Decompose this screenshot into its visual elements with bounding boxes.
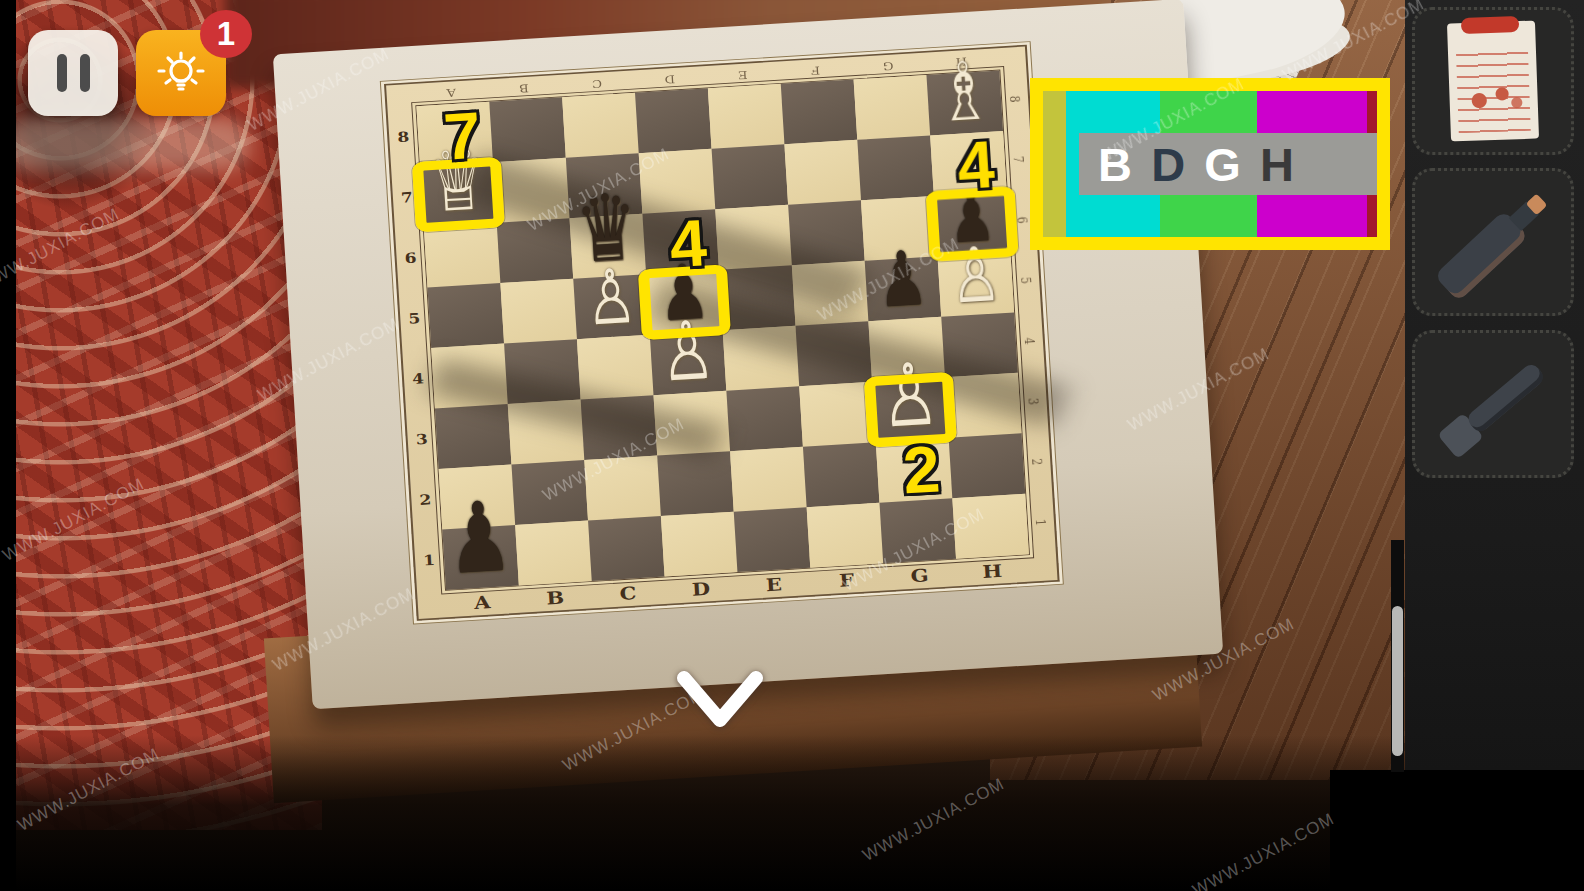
square-d1 [661,512,738,577]
card-art [1456,47,1531,133]
square-a6 [424,223,501,288]
square-h2 [949,433,1026,498]
annotation-number-a7: 7 [442,101,483,169]
flashlight-item[interactable] [1437,355,1553,459]
square-b2 [511,460,588,525]
square-f5 [792,261,869,326]
inventory-slot-2[interactable] [1412,168,1574,316]
square-h4 [941,312,1018,377]
square-c4 [577,335,654,400]
square-a4 [431,344,508,409]
card-ribbon [1461,16,1520,34]
lightbulb-icon [154,46,208,100]
square-e4 [723,326,800,391]
square-e6 [715,205,792,270]
square-a7[interactable]: ♕7 [420,162,497,227]
code-letter-B: B [1098,141,1132,188]
square-b8 [489,97,566,162]
square-f2 [803,442,880,507]
annotation-number-h6: 4 [956,131,997,199]
square-g1 [879,498,956,563]
square-b4 [504,339,581,404]
scrollbar-thumb[interactable] [1392,606,1403,756]
square-b3 [508,400,585,465]
inventory-slot-3[interactable] [1412,330,1574,478]
square-e2 [730,447,807,512]
square-g3[interactable]: ♙2 [872,377,949,442]
square-h5[interactable]: ♙ [938,252,1015,317]
square-b1 [515,521,592,586]
square-b6 [497,218,574,283]
square-f8 [781,79,858,144]
square-c1 [588,516,665,581]
inventory-slot-1[interactable] [1412,7,1574,155]
square-g7 [857,135,934,200]
game-scene: 87654321 87654321 ABCDEFGH ABCDEFGH ♗♕7♛… [0,0,1584,891]
square-a3 [435,404,512,469]
black-pawn[interactable]: ♟ [444,487,514,588]
square-b5 [500,279,577,344]
square-e3 [726,386,803,451]
square-a5 [428,283,505,348]
pause-icon [57,54,67,92]
pause-icon [80,54,90,92]
code-letters-band: BDGH [1079,133,1377,195]
square-f6 [788,200,865,265]
black-pawn[interactable]: ♟ [875,241,930,319]
square-h3 [945,373,1022,438]
square-e5 [719,265,796,330]
square-h1 [952,494,1029,559]
collapse-button[interactable] [668,664,772,740]
square-g8 [854,75,931,140]
code-letter-G: G [1204,141,1241,188]
square-e7 [712,144,789,209]
carpet-highlight [0,118,250,170]
square-d3 [653,391,730,456]
square-h8[interactable]: ♗ [926,70,1003,135]
code-letter-D: D [1151,141,1185,188]
color-code-panel: BDGH [1030,78,1390,250]
white-pawn[interactable]: ♙ [584,259,639,337]
pause-button[interactable] [28,30,118,116]
screen-edge-bar [0,0,16,891]
annotation-number-d5: 4 [668,209,709,277]
square-d5[interactable]: ♟4 [646,270,723,335]
greeting-card-item[interactable] [1447,21,1539,142]
bottle-item[interactable] [1434,188,1552,302]
square-h6[interactable]: ♟4 [934,191,1011,256]
white-bishop[interactable]: ♗ [935,49,994,133]
square-c2 [584,456,661,521]
square-d4[interactable]: ♙ [650,330,727,395]
square-f7 [784,140,861,205]
hint-count: 1 [217,15,235,53]
square-c8 [562,93,639,158]
square-d7 [639,149,716,214]
square-g5[interactable]: ♟ [865,256,942,321]
chess-board[interactable]: 87654321 87654321 ABCDEFGH ABCDEFGH ♗♕7♛… [384,45,1060,621]
inventory-scrollbar[interactable] [1391,540,1404,772]
board-grid: ♗♕7♛♟4♙♟4♟♙♙♙2♟ [415,70,1030,591]
square-b7 [493,158,570,223]
code-letter-H: H [1260,141,1294,188]
square-d8 [635,88,712,153]
annotation-number-g3: 2 [901,435,942,503]
hint-count-badge: 1 [200,10,252,58]
sidebar-bottom [1330,770,1584,891]
square-e1 [734,507,811,572]
chevron-down-icon [668,664,772,740]
square-f4 [796,321,873,386]
hint-button[interactable]: 1 [136,30,226,116]
square-f1 [807,503,884,568]
square-e8 [708,84,785,149]
square-d2 [657,451,734,516]
flashlight-body [1465,361,1547,434]
square-c3 [581,395,658,460]
square-a1[interactable]: ♟ [442,525,519,590]
